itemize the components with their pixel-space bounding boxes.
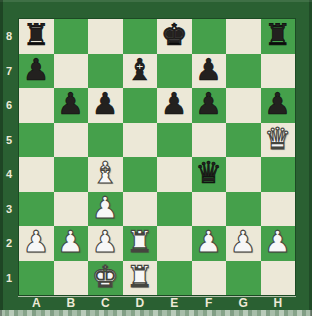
square-e6[interactable]: ♟ <box>157 88 192 123</box>
square-g3[interactable] <box>226 192 261 227</box>
square-b3[interactable] <box>54 192 89 227</box>
square-a4[interactable] <box>19 157 54 192</box>
square-c5[interactable] <box>88 123 123 158</box>
file-label-e: E <box>157 296 192 310</box>
file-labels: ABCDEFGH <box>19 296 295 310</box>
square-c8[interactable] <box>88 19 123 54</box>
square-b5[interactable] <box>54 123 89 158</box>
piece-black-king-e8[interactable]: ♚ <box>161 20 188 50</box>
square-d1[interactable]: ♜ <box>123 261 158 296</box>
square-b2[interactable]: ♟ <box>54 226 89 261</box>
square-c7[interactable] <box>88 54 123 89</box>
square-d7[interactable]: ♝ <box>123 54 158 89</box>
piece-white-pawn-g2[interactable]: ♟ <box>230 227 257 257</box>
piece-white-pawn-c2[interactable]: ♟ <box>92 227 119 257</box>
piece-white-king-c1[interactable]: ♚ <box>92 262 119 292</box>
piece-black-rook-a8[interactable]: ♜ <box>23 20 50 50</box>
square-f6[interactable]: ♟ <box>192 88 227 123</box>
square-f5[interactable] <box>192 123 227 158</box>
square-f8[interactable] <box>192 19 227 54</box>
square-g7[interactable] <box>226 54 261 89</box>
piece-black-pawn-h6[interactable]: ♟ <box>264 89 291 119</box>
piece-white-bishop-c4[interactable]: ♝ <box>92 158 119 188</box>
square-g2[interactable]: ♟ <box>226 226 261 261</box>
square-e7[interactable] <box>157 54 192 89</box>
file-label-f: F <box>192 296 227 310</box>
rank-label-4: 4 <box>0 157 18 192</box>
file-label-d: D <box>123 296 158 310</box>
square-h1[interactable] <box>261 261 296 296</box>
square-b7[interactable] <box>54 54 89 89</box>
piece-black-pawn-c6[interactable]: ♟ <box>92 89 119 119</box>
square-a8[interactable]: ♜ <box>19 19 54 54</box>
piece-white-rook-d2[interactable]: ♜ <box>126 227 153 257</box>
piece-white-pawn-h2[interactable]: ♟ <box>264 227 291 257</box>
square-g5[interactable] <box>226 123 261 158</box>
square-g1[interactable] <box>226 261 261 296</box>
square-d3[interactable] <box>123 192 158 227</box>
piece-black-rook-h8[interactable]: ♜ <box>264 20 291 50</box>
rank-labels: 87654321 <box>0 19 18 295</box>
file-label-b: B <box>54 296 89 310</box>
square-c1[interactable]: ♚ <box>88 261 123 296</box>
square-h3[interactable] <box>261 192 296 227</box>
square-e1[interactable] <box>157 261 192 296</box>
piece-black-pawn-f6[interactable]: ♟ <box>195 89 222 119</box>
rank-label-2: 2 <box>0 226 18 261</box>
square-b8[interactable] <box>54 19 89 54</box>
file-label-h: H <box>261 296 296 310</box>
square-h5[interactable]: ♛ <box>261 123 296 158</box>
square-a1[interactable] <box>19 261 54 296</box>
square-e5[interactable] <box>157 123 192 158</box>
rank-label-7: 7 <box>0 54 18 89</box>
square-f3[interactable] <box>192 192 227 227</box>
square-c3[interactable]: ♟ <box>88 192 123 227</box>
piece-white-pawn-a2[interactable]: ♟ <box>23 227 50 257</box>
piece-black-pawn-f7[interactable]: ♟ <box>195 55 222 85</box>
square-a5[interactable] <box>19 123 54 158</box>
square-f7[interactable]: ♟ <box>192 54 227 89</box>
square-d4[interactable] <box>123 157 158 192</box>
square-f1[interactable] <box>192 261 227 296</box>
file-label-g: G <box>226 296 261 310</box>
square-d6[interactable] <box>123 88 158 123</box>
chess-board-frame: 87654321 ♜♚♜♟♝♟♟♟♟♟♟♛♝♛♟♟♟♟♜♟♟♟♚♜ ABCDEF… <box>0 0 312 316</box>
piece-black-bishop-d7[interactable]: ♝ <box>126 55 153 85</box>
chess-board: ♜♚♜♟♝♟♟♟♟♟♟♛♝♛♟♟♟♟♜♟♟♟♚♜ <box>18 18 296 296</box>
square-e2[interactable] <box>157 226 192 261</box>
rank-label-1: 1 <box>0 261 18 296</box>
square-c4[interactable]: ♝ <box>88 157 123 192</box>
square-g8[interactable] <box>226 19 261 54</box>
piece-white-rook-d1[interactable]: ♜ <box>126 262 153 292</box>
rank-label-5: 5 <box>0 123 18 158</box>
square-h8[interactable]: ♜ <box>261 19 296 54</box>
square-d5[interactable] <box>123 123 158 158</box>
rank-label-6: 6 <box>0 88 18 123</box>
piece-white-pawn-b2[interactable]: ♟ <box>57 227 84 257</box>
square-c2[interactable]: ♟ <box>88 226 123 261</box>
piece-white-queen-h5[interactable]: ♛ <box>264 124 291 154</box>
board-bevel-bottom <box>0 310 312 316</box>
piece-black-queen-f4[interactable]: ♛ <box>195 158 222 188</box>
square-d2[interactable]: ♜ <box>123 226 158 261</box>
square-e8[interactable]: ♚ <box>157 19 192 54</box>
square-h6[interactable]: ♟ <box>261 88 296 123</box>
square-a3[interactable] <box>19 192 54 227</box>
square-c6[interactable]: ♟ <box>88 88 123 123</box>
square-g4[interactable] <box>226 157 261 192</box>
piece-black-pawn-a7[interactable]: ♟ <box>23 55 50 85</box>
file-label-a: A <box>19 296 54 310</box>
square-b4[interactable] <box>54 157 89 192</box>
square-a2[interactable]: ♟ <box>19 226 54 261</box>
square-a7[interactable]: ♟ <box>19 54 54 89</box>
square-a6[interactable] <box>19 88 54 123</box>
square-b1[interactable] <box>54 261 89 296</box>
piece-white-pawn-f2[interactable]: ♟ <box>195 227 222 257</box>
square-h4[interactable] <box>261 157 296 192</box>
piece-black-pawn-e6[interactable]: ♟ <box>161 89 188 119</box>
rank-label-3: 3 <box>0 192 18 227</box>
rank-label-8: 8 <box>0 19 18 54</box>
square-g6[interactable] <box>226 88 261 123</box>
piece-white-pawn-c3[interactable]: ♟ <box>92 193 119 223</box>
square-f2[interactable]: ♟ <box>192 226 227 261</box>
square-e3[interactable] <box>157 192 192 227</box>
square-d8[interactable] <box>123 19 158 54</box>
file-label-c: C <box>88 296 123 310</box>
square-h7[interactable] <box>261 54 296 89</box>
square-b6[interactable]: ♟ <box>54 88 89 123</box>
piece-black-pawn-b6[interactable]: ♟ <box>57 89 84 119</box>
square-h2[interactable]: ♟ <box>261 226 296 261</box>
square-e4[interactable] <box>157 157 192 192</box>
square-f4[interactable]: ♛ <box>192 157 227 192</box>
